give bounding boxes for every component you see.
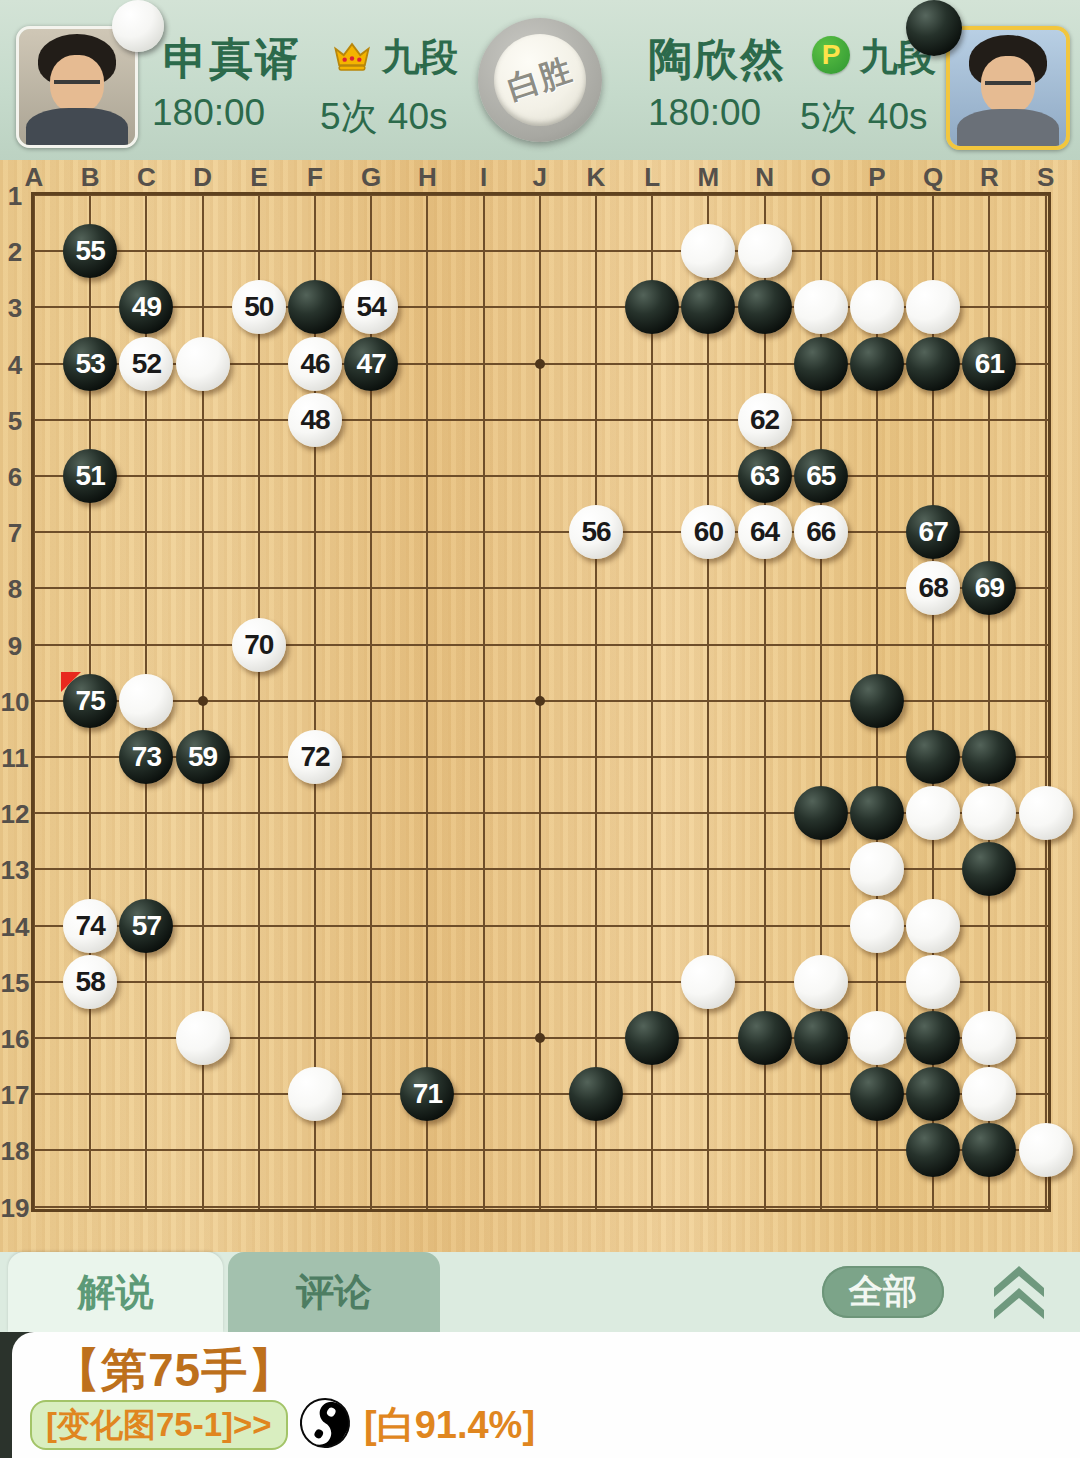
stone-N6: 63: [738, 449, 792, 503]
stone-O3: [794, 280, 848, 334]
stone-C4: 52: [119, 337, 173, 391]
result-button[interactable]: 白胜: [478, 18, 602, 142]
row-label: 2: [0, 237, 30, 268]
col-label: I: [462, 162, 506, 193]
stone-G4: 47: [344, 337, 398, 391]
result-text: 白胜: [502, 49, 578, 111]
stone-N7: 64: [738, 505, 792, 559]
stone-F5: 48: [288, 393, 342, 447]
player-black-name: 陶欣然: [648, 30, 786, 89]
stone-O4: [794, 337, 848, 391]
ai-win-rate: [白91.4%]: [364, 1400, 535, 1451]
row-label: 7: [0, 518, 30, 549]
row-label: 9: [0, 631, 30, 662]
col-label: E: [237, 162, 281, 193]
stone-R16: [962, 1011, 1016, 1065]
row-label: 8: [0, 574, 30, 605]
go-board[interactable]: ABCDEFGHIJKLMNOPQRS123456789101112131415…: [0, 160, 1080, 1256]
stone-Q7: 67: [906, 505, 960, 559]
col-label: Q: [911, 162, 955, 193]
all-button[interactable]: 全部: [822, 1266, 944, 1318]
stone-F4: 46: [288, 337, 342, 391]
row-label: 14: [0, 912, 30, 943]
player-white-byoyomi: 5次 40s: [320, 92, 448, 142]
row-label: 6: [0, 462, 30, 493]
move-title: 【第75手】: [54, 1340, 295, 1402]
avatar-photo: [19, 29, 135, 145]
stone-F17: [288, 1067, 342, 1121]
star-point: [535, 359, 545, 369]
player-black-avatar[interactable]: [946, 26, 1070, 150]
player-black-byoyomi: 5次 40s: [800, 92, 928, 142]
stone-C11: 73: [119, 730, 173, 784]
stone-E9: 70: [232, 618, 286, 672]
stone-B2: 55: [63, 224, 117, 278]
stone-O6: 65: [794, 449, 848, 503]
result-button-face: 白胜: [494, 34, 586, 126]
col-label: G: [349, 162, 393, 193]
tab-bar: 解说 评论 全部: [0, 1252, 1080, 1332]
stone-C10: [119, 674, 173, 728]
player-white-name: 申真谞: [163, 30, 301, 89]
col-label: B: [68, 162, 112, 193]
stone-B15: 58: [63, 955, 117, 1009]
commentary-panel: 【第75手】 [变化图75-1]>> [白91.4%]: [12, 1332, 1080, 1458]
header: 申真谞 九段 180:00 5次 40s 白胜 陶欣然 P 九段 180:00 …: [0, 0, 1080, 162]
player-white-rank: 九段: [382, 32, 458, 83]
stone-F3: [288, 280, 342, 334]
col-label: O: [799, 162, 843, 193]
variation-link[interactable]: [变化图75-1]>>: [30, 1400, 288, 1450]
stone-B6: 51: [63, 449, 117, 503]
stone-B4: 53: [63, 337, 117, 391]
col-label: M: [686, 162, 730, 193]
row-label: 19: [0, 1193, 30, 1224]
stone-N2: [738, 224, 792, 278]
col-label: C: [124, 162, 168, 193]
stone-Q12: [906, 786, 960, 840]
stone-O12: [794, 786, 848, 840]
row-label: 5: [0, 406, 30, 437]
row-label: 17: [0, 1080, 30, 1111]
col-label: D: [181, 162, 225, 193]
stone-Q16: [906, 1011, 960, 1065]
star-point: [535, 696, 545, 706]
player-black-time: 180:00: [648, 92, 761, 134]
stone-K7: 56: [569, 505, 623, 559]
stone-P3: [850, 280, 904, 334]
stone-P10: [850, 674, 904, 728]
stone-P12: [850, 786, 904, 840]
p-icon: P: [812, 36, 850, 74]
col-label: J: [518, 162, 562, 193]
stone-F11: 72: [288, 730, 342, 784]
stone-S18: [1019, 1123, 1073, 1177]
star-point: [535, 1033, 545, 1043]
stone-P16: [850, 1011, 904, 1065]
stone-S12: [1019, 786, 1073, 840]
player-white-time: 180:00: [152, 92, 265, 134]
row-label: 15: [0, 968, 30, 999]
col-label: N: [743, 162, 787, 193]
stone-N16: [738, 1011, 792, 1065]
star-point: [198, 696, 208, 706]
stone-M15: [681, 955, 735, 1009]
row-label: 4: [0, 350, 30, 381]
stone-C14: 57: [119, 899, 173, 953]
stone-O7: 66: [794, 505, 848, 559]
stone-D16: [176, 1011, 230, 1065]
stone-N3: [738, 280, 792, 334]
tab-commentary[interactable]: 解说: [8, 1252, 223, 1332]
row-label: 3: [0, 293, 30, 324]
tab-comments[interactable]: 评论: [228, 1252, 440, 1332]
row-label: 18: [0, 1136, 30, 1167]
stone-P17: [850, 1067, 904, 1121]
row-label: 11: [0, 743, 30, 774]
ai-yinyang-icon: [291, 1389, 359, 1457]
stone-L16: [625, 1011, 679, 1065]
col-label: R: [967, 162, 1011, 193]
stone-Q17: [906, 1067, 960, 1121]
row-label: 16: [0, 1024, 30, 1055]
stone-E3: 50: [232, 280, 286, 334]
stone-Q14: [906, 899, 960, 953]
black-stone-icon: [906, 0, 962, 56]
col-label: P: [855, 162, 899, 193]
col-label: S: [1024, 162, 1068, 193]
stone-P4: [850, 337, 904, 391]
stone-Q15: [906, 955, 960, 1009]
stone-D11: 59: [176, 730, 230, 784]
p-badge-letter: P: [822, 39, 841, 71]
stone-P14: [850, 899, 904, 953]
col-label: K: [574, 162, 618, 193]
stone-B14: 74: [63, 899, 117, 953]
stone-D4: [176, 337, 230, 391]
last-move-marker: [61, 672, 81, 692]
stone-K17: [569, 1067, 623, 1121]
stone-R11: [962, 730, 1016, 784]
col-label: L: [630, 162, 674, 193]
avatar-photo: [950, 30, 1066, 146]
row-label: 12: [0, 799, 30, 830]
row-label: 13: [0, 855, 30, 886]
col-label: F: [293, 162, 337, 193]
stone-N5: 62: [738, 393, 792, 447]
row-label: 1: [0, 181, 30, 212]
white-stone-icon: [112, 0, 164, 52]
stone-Q4: [906, 337, 960, 391]
collapse-up-icon[interactable]: [990, 1264, 1048, 1320]
stone-P13: [850, 842, 904, 896]
go-review-app: 申真谞 九段 180:00 5次 40s 白胜 陶欣然 P 九段 180:00 …: [0, 0, 1080, 1458]
stone-O16: [794, 1011, 848, 1065]
stone-R4: 61: [962, 337, 1016, 391]
stone-O15: [794, 955, 848, 1009]
row-label: 10: [0, 687, 30, 718]
stone-Q11: [906, 730, 960, 784]
crown-icon: [330, 34, 374, 78]
col-label: H: [405, 162, 449, 193]
